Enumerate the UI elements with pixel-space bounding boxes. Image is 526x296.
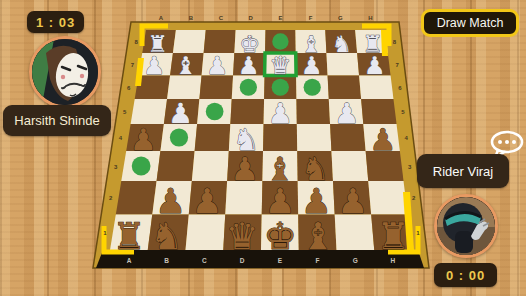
piece-white-pawn-a4[interactable]: ♟ — [130, 122, 157, 157]
file-label-bottom: E — [278, 257, 283, 264]
bottom-player-nameplate: Rider Viraj — [417, 154, 509, 188]
file-label-bottom: H — [391, 257, 396, 264]
bottom-clock-value: 0 : 00 — [446, 268, 485, 283]
piece-black-pawn-b5[interactable]: ♟ — [168, 97, 193, 130]
legal-move-dot-e6[interactable] — [272, 79, 289, 96]
file-label-top: E — [279, 15, 283, 21]
draw-match-label: Draw Match — [437, 16, 504, 30]
file-label-top: F — [309, 15, 313, 21]
piece-black-pawn-a7[interactable]: ♟ — [143, 51, 165, 80]
piece-white-pawn-g2[interactable]: ♟ — [338, 181, 369, 221]
top-player-avatar — [29, 36, 101, 108]
piece-black-queen-e7[interactable]: ♛ — [269, 51, 291, 80]
draw-match-button[interactable]: Draw Match — [421, 9, 519, 37]
square-b8[interactable] — [173, 30, 206, 53]
legal-move-dot-d6[interactable] — [240, 79, 257, 96]
top-player-nameplate: Harsith Shinde — [3, 105, 111, 136]
legal-move-dot-b4[interactable] — [170, 128, 188, 146]
square-g3[interactable] — [331, 151, 368, 181]
top-player-name: Harsith Shinde — [14, 113, 99, 128]
piece-white-pawn-d3[interactable]: ♟ — [230, 150, 259, 188]
file-label-top: C — [219, 15, 224, 21]
piece-black-knight-g8[interactable]: ♞ — [332, 31, 352, 57]
square-c3[interactable] — [192, 151, 229, 181]
file-label-top: H — [368, 15, 372, 21]
file-label-top: D — [249, 15, 254, 21]
legal-move-dot-a3[interactable] — [132, 157, 151, 176]
square-c8[interactable] — [204, 30, 236, 53]
piece-white-pawn-c2[interactable]: ♟ — [192, 181, 223, 221]
legal-move-dot-e8[interactable] — [272, 33, 288, 49]
file-label-top: B — [189, 15, 194, 21]
file-label-top: G — [338, 15, 343, 21]
square-f5[interactable] — [296, 99, 330, 124]
piece-white-king-e1[interactable]: ♚ — [263, 215, 296, 258]
file-label-bottom: A — [127, 257, 132, 264]
bottom-player-name: Rider Viraj — [433, 164, 493, 179]
square-h5[interactable] — [361, 99, 396, 124]
square-b3[interactable] — [157, 151, 195, 181]
piece-white-bishop-f1[interactable]: ♝ — [301, 215, 334, 258]
piece-black-bishop-b7[interactable]: ♝ — [175, 51, 197, 80]
piece-white-pawn-h4[interactable]: ♟ — [369, 122, 396, 157]
helmet-rider-icon — [437, 197, 495, 255]
file-label-bottom: F — [316, 257, 320, 264]
file-label-top: A — [159, 15, 164, 21]
file-label-bottom: B — [164, 257, 169, 264]
bottom-player-clock: 0 : 00 — [434, 263, 497, 287]
piece-white-knight-b1[interactable]: ♞ — [150, 215, 183, 258]
square-a2[interactable] — [116, 181, 157, 215]
file-label-bottom: C — [202, 257, 207, 264]
square-g6[interactable] — [328, 76, 362, 100]
legal-move-dot-c5[interactable] — [206, 103, 224, 121]
square-c4[interactable] — [195, 124, 231, 151]
guy-fawkes-mask-icon — [32, 39, 98, 105]
top-clock-value: 1 : 03 — [36, 15, 75, 30]
bottom-player-avatar — [434, 194, 498, 258]
piece-black-pawn-h7[interactable]: ♟ — [364, 51, 386, 80]
piece-white-rook-a1[interactable]: ♜ — [112, 215, 145, 258]
file-label-bottom: G — [353, 257, 358, 264]
square-f4[interactable] — [297, 124, 332, 151]
game-screen: AABBCCDDEEFFGGHH1122334455667788♜♚♝♞♜♟♝♟… — [0, 0, 526, 296]
piece-black-pawn-e5[interactable]: ♟ — [268, 97, 293, 130]
piece-white-rook-h1[interactable]: ♜ — [377, 215, 410, 258]
square-a5[interactable] — [131, 99, 167, 124]
file-label-bottom: D — [240, 257, 245, 264]
piece-black-pawn-d7[interactable]: ♟ — [238, 51, 260, 80]
piece-black-pawn-c7[interactable]: ♟ — [206, 51, 228, 80]
piece-black-pawn-g5[interactable]: ♟ — [334, 97, 359, 130]
square-d5[interactable] — [230, 99, 264, 124]
piece-black-pawn-f7[interactable]: ♟ — [301, 51, 323, 80]
top-player-clock: 1 : 03 — [27, 11, 84, 33]
legal-move-dot-f6[interactable] — [304, 79, 321, 96]
piece-white-queen-d1[interactable]: ♛ — [226, 215, 259, 258]
square-h2[interactable] — [368, 181, 407, 215]
